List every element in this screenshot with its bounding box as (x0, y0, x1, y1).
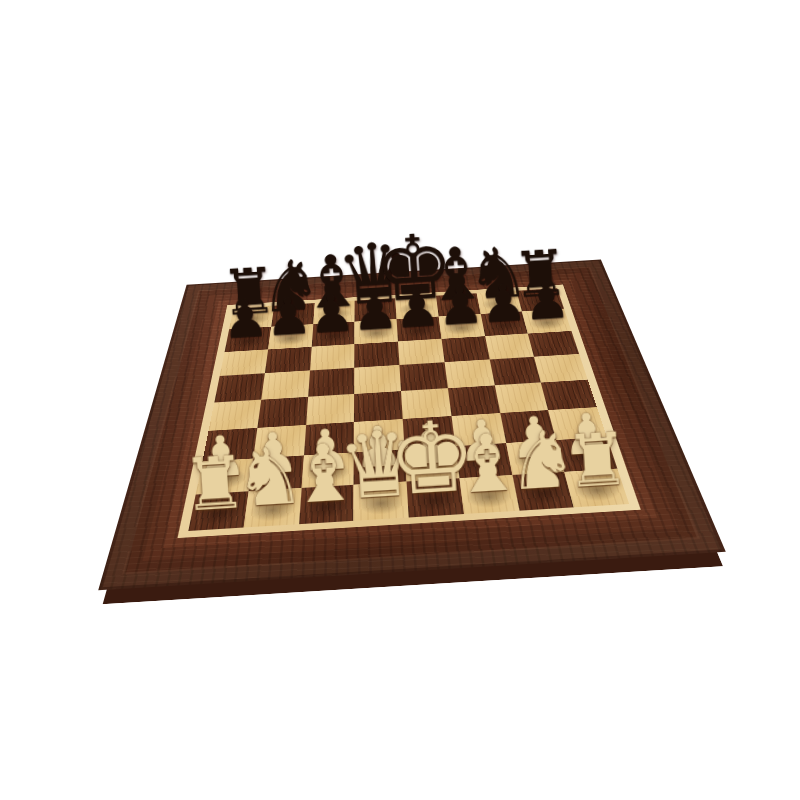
piece-black-knight-g8[interactable]: ♞ (465, 236, 531, 309)
piece-black-rook-h8[interactable]: ♜ (510, 241, 570, 307)
square-e7[interactable]: ♟ (397, 316, 442, 341)
square-d5[interactable] (354, 365, 401, 394)
square-f7[interactable]: ♟ (438, 314, 484, 339)
square-b5[interactable] (261, 371, 310, 400)
square-e8[interactable]: ♚ (395, 296, 438, 319)
chess-board: ♜♞♝♛♚♝♞♜♟♟♟♟♟♟♟♟♟♟♟♟♟♟♟♟♜♞♝♛♚♝♞♜ (98, 260, 726, 591)
square-h6[interactable] (528, 331, 579, 357)
square-b8[interactable]: ♞ (271, 303, 314, 327)
square-g5[interactable] (489, 357, 541, 385)
square-a8[interactable]: ♜ (229, 306, 274, 330)
square-d6[interactable] (354, 341, 399, 368)
square-a7[interactable]: ♟ (225, 327, 271, 352)
piece-black-bishop-f8[interactable]: ♝ (422, 237, 490, 312)
piece-black-bishop-c8[interactable]: ♝ (298, 245, 366, 320)
square-h8[interactable]: ♜ (517, 288, 564, 311)
square-c5[interactable] (308, 368, 355, 397)
perspective-wrapper: ♜♞♝♛♚♝♞♜♟♟♟♟♟♟♟♟♟♟♟♟♟♟♟♟♜♞♝♛♚♝♞♜ (0, 0, 800, 800)
square-h7[interactable]: ♟ (522, 309, 571, 334)
piece-black-pawn-e7[interactable]: ♟ (393, 282, 442, 336)
square-f8[interactable]: ♝ (436, 293, 481, 316)
square-c7[interactable]: ♟ (311, 322, 354, 347)
square-a5[interactable] (214, 373, 264, 402)
square-d8[interactable]: ♛ (355, 298, 397, 321)
square-f5[interactable] (444, 360, 494, 388)
square-e6[interactable] (398, 339, 444, 366)
square-g7[interactable]: ♟ (480, 311, 528, 336)
piece-black-pawn-f7[interactable]: ♟ (436, 279, 485, 333)
square-c8[interactable]: ♝ (313, 301, 355, 324)
square-e5[interactable] (399, 362, 447, 391)
board-tilt-wrapper: ♜♞♝♛♚♝♞♜♟♟♟♟♟♟♟♟♟♟♟♟♟♟♟♟♜♞♝♛♚♝♞♜ (0, 0, 800, 800)
square-c6[interactable] (310, 344, 355, 371)
square-f6[interactable] (441, 336, 489, 362)
piece-black-pawn-a7[interactable]: ♟ (221, 292, 270, 346)
piece-black-pawn-d7[interactable]: ♟ (350, 284, 399, 338)
piece-black-pawn-g7[interactable]: ♟ (479, 276, 528, 330)
chess-set-photo: ♜♞♝♛♚♝♞♜♟♟♟♟♟♟♟♟♟♟♟♟♟♟♟♟♜♞♝♛♚♝♞♜ (0, 0, 800, 800)
piece-black-pawn-h7[interactable]: ♟ (522, 274, 571, 328)
piece-white-rook-h1[interactable]: ♜ (562, 423, 631, 499)
square-d7[interactable]: ♟ (355, 319, 398, 344)
square-b6[interactable] (265, 347, 312, 374)
square-a6[interactable] (220, 349, 268, 376)
square-g8[interactable]: ♞ (476, 291, 522, 314)
piece-black-pawn-b7[interactable]: ♟ (264, 289, 313, 343)
piece-black-rook-a8[interactable]: ♜ (219, 259, 279, 325)
square-b7[interactable]: ♟ (268, 324, 313, 349)
piece-black-queen-d8[interactable]: ♛ (334, 231, 412, 317)
square-h5[interactable] (534, 354, 587, 382)
piece-black-knight-b8[interactable]: ♞ (257, 249, 323, 322)
square-h1[interactable]: ♜ (565, 469, 629, 507)
square-g6[interactable] (485, 333, 535, 359)
square-g1[interactable]: ♞ (512, 472, 574, 511)
piece-black-king-e8[interactable]: ♚ (372, 221, 457, 315)
piece-black-pawn-c7[interactable]: ♟ (307, 287, 356, 341)
board-grid: ♜♞♝♛♚♝♞♜♟♟♟♟♟♟♟♟♟♟♟♟♟♟♟♟♜♞♝♛♚♝♞♜ (188, 288, 629, 531)
